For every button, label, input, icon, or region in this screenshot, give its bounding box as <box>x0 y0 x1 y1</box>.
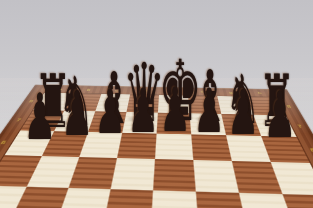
piece-black-pawn-h7[interactable]: ♟ <box>263 83 296 147</box>
piece-black-pawn-c7[interactable]: ♟ <box>94 81 126 142</box>
piece-black-pawn-d7[interactable]: ♟ <box>127 80 159 141</box>
pieces-layer: ♜♞♝♛♚♝♞♜♟♟♟♟♟♟♟♟ <box>0 0 313 208</box>
piece-black-pawn-f7[interactable]: ♟ <box>193 80 225 141</box>
piece-black-pawn-g7[interactable]: ♟ <box>227 82 259 144</box>
piece-black-pawn-e7[interactable]: ♟ <box>159 79 191 140</box>
piece-black-pawn-a7[interactable]: ♟ <box>23 85 56 149</box>
chessboard-photo: abcdefgh 87654321 87654321 ♜♞♝♛♚♝♞♜♟♟♟♟♟… <box>0 0 313 208</box>
piece-black-pawn-b7[interactable]: ♟ <box>61 83 93 145</box>
